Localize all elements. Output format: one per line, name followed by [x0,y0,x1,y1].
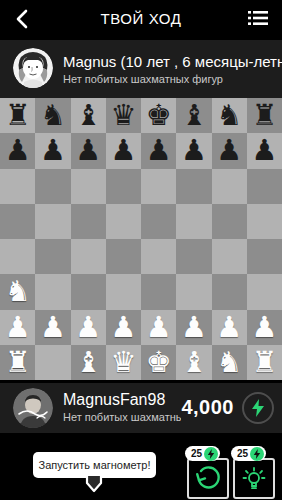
board-square-e3[interactable] [141,274,176,309]
board-square-c7[interactable]: ♟ [71,133,106,168]
board-square-f6[interactable] [176,169,211,204]
board-square-b1[interactable] [35,345,70,380]
lightbulb-hint-icon [240,465,268,493]
board-square-h6[interactable] [247,169,282,204]
board-square-b7[interactable]: ♟ [35,133,70,168]
undo-cost-badge: 25 [185,446,220,461]
magnometer-red-zone [13,481,85,492]
hint-button[interactable] [233,458,275,499]
board-square-d6[interactable] [106,169,141,204]
undo-move-button[interactable] [187,458,229,499]
board-square-d5[interactable] [106,204,141,239]
black-pawn[interactable]: ♟ [40,133,66,168]
board-square-e4[interactable] [141,239,176,274]
board-square-g8[interactable]: ♞ [212,98,247,133]
navbar: ТВОЙ ХОД [0,0,282,38]
app-screen: ТВОЙ ХОД Mag [0,0,282,500]
board-square-f1[interactable]: ♝ [176,345,211,380]
white-pawn[interactable]: ♟ [5,310,31,345]
opponent-captures: Нет побитых шахматных фигур [63,73,282,85]
board-square-h5[interactable] [247,204,282,239]
magnometer-green-zone [118,481,178,492]
bottom-controls: Запустить магнометр! 25 2 [0,433,282,500]
black-rook[interactable]: ♜ [251,98,277,133]
white-rook[interactable]: ♜ [251,345,277,380]
black-pawn[interactable]: ♟ [5,133,31,168]
board-square-e1[interactable]: ♚ [141,345,176,380]
black-knight[interactable]: ♞ [40,98,66,133]
board-square-f5[interactable] [176,204,211,239]
magnometer-bar [13,481,178,492]
board-square-a4[interactable] [0,239,35,274]
list-icon [248,10,268,26]
board-square-a6[interactable] [0,169,35,204]
board-square-c4[interactable] [71,239,106,274]
white-pawn[interactable]: ♟ [251,310,277,345]
score-value: 4,000 [181,396,234,419]
black-pawn[interactable]: ♟ [216,133,242,168]
black-pawn[interactable]: ♟ [146,133,172,168]
magnometer-orange-zone [85,481,118,492]
avatar [13,388,53,428]
black-rook[interactable]: ♜ [5,98,31,133]
user-photo-avatar-icon [13,388,53,428]
white-bishop[interactable]: ♝ [181,345,207,380]
white-king[interactable]: ♚ [146,345,172,380]
board-square-g2[interactable]: ♟ [212,310,247,345]
avatar [13,48,53,88]
white-pawn[interactable]: ♟ [75,310,101,345]
board-square-g3[interactable] [212,274,247,309]
board-square-b2[interactable]: ♟ [35,310,70,345]
board-square-a5[interactable] [0,204,35,239]
board-square-b8[interactable]: ♞ [35,98,70,133]
board-square-e7[interactable]: ♟ [141,133,176,168]
opponent-card: Magnus (10 лет , 6 месяцы-летнем Нет поб… [0,40,282,98]
undo-arrow-icon [195,466,221,492]
board-square-a7[interactable]: ♟ [0,133,35,168]
board-square-f2[interactable]: ♟ [176,310,211,345]
board-square-d2[interactable]: ♟ [106,310,141,345]
board-square-a3[interactable]: ♞ [0,274,35,309]
hint-cost-badge: 25 [231,446,266,461]
bolt-badge-icon [250,447,264,461]
white-knight[interactable]: ♞ [5,274,31,309]
white-pawn[interactable]: ♟ [40,310,66,345]
opponent-name: Magnus (10 лет , 6 месяцы-летнем [63,53,282,70]
black-pawn[interactable]: ♟ [181,133,207,168]
board-square-g4[interactable] [212,239,247,274]
board-square-h2[interactable]: ♟ [247,310,282,345]
board-square-g7[interactable]: ♟ [212,133,247,168]
board-square-f8[interactable]: ♝ [176,98,211,133]
board-square-f3[interactable] [176,274,211,309]
page-title: ТВОЙ ХОД [0,10,282,27]
board-square-h1[interactable]: ♜ [247,345,282,380]
board-square-f4[interactable] [176,239,211,274]
black-pawn[interactable]: ♟ [110,133,136,168]
black-queen[interactable]: ♛ [110,98,136,133]
black-king[interactable]: ♚ [146,98,172,133]
board-square-a1[interactable]: ♜ [0,345,35,380]
white-queen[interactable]: ♛ [110,345,136,380]
board-square-d8[interactable]: ♛ [106,98,141,133]
board-square-c3[interactable] [71,274,106,309]
board-square-d4[interactable] [106,239,141,274]
board-square-d7[interactable]: ♟ [106,133,141,168]
magnus-cartoon-avatar-icon [13,48,53,88]
undo-cost-value: 25 [191,448,202,459]
user-captures: Нет побитых шахматны… [63,411,181,423]
board-square-h8[interactable]: ♜ [247,98,282,133]
board-square-e5[interactable] [141,204,176,239]
board-square-e8[interactable]: ♚ [141,98,176,133]
board-square-f7[interactable]: ♟ [176,133,211,168]
board-square-g1[interactable]: ♞ [212,345,247,380]
menu-button[interactable] [248,10,268,26]
black-bishop[interactable]: ♝ [181,98,207,133]
board-square-g5[interactable] [212,204,247,239]
board-square-a2[interactable]: ♟ [0,310,35,345]
board-square-b3[interactable] [35,274,70,309]
user-card: MagnusFan98 Нет побитых шахматны… 4,000 [0,383,282,433]
black-pawn[interactable]: ♟ [251,133,277,168]
chess-board[interactable]: ♜♞♝♛♚♝♞♜♟♟♟♟♟♟♟♟♞♟♟♟♟♟♟♟♟♜♝♛♚♝♞♜ [0,98,282,380]
hint-cost-value: 25 [237,448,248,459]
lightning-bolt-icon [250,399,266,417]
board-square-h3[interactable] [247,274,282,309]
board-square-e6[interactable] [141,169,176,204]
board-square-b5[interactable] [35,204,70,239]
board-square-h4[interactable] [247,239,282,274]
energy-indicator [242,392,274,424]
user-name: MagnusFan98 [63,391,183,409]
black-knight[interactable]: ♞ [216,98,242,133]
white-knight[interactable]: ♞ [216,345,242,380]
board-square-h7[interactable]: ♟ [247,133,282,168]
board-square-c5[interactable] [71,204,106,239]
white-rook[interactable]: ♜ [5,345,31,380]
white-pawn[interactable]: ♟ [110,310,136,345]
board-square-b6[interactable] [35,169,70,204]
white-bishop[interactable]: ♝ [75,345,101,380]
board-square-d1[interactable]: ♛ [106,345,141,380]
white-pawn[interactable]: ♟ [216,310,242,345]
board-square-c1[interactable]: ♝ [71,345,106,380]
bolt-badge-icon [204,447,218,461]
white-pawn[interactable]: ♟ [146,310,172,345]
board-square-g6[interactable] [212,169,247,204]
board-square-a8[interactable]: ♜ [0,98,35,133]
board-square-e2[interactable]: ♟ [141,310,176,345]
board-square-c6[interactable] [71,169,106,204]
board-square-d3[interactable] [106,274,141,309]
white-pawn[interactable]: ♟ [181,310,207,345]
black-bishop[interactable]: ♝ [75,98,101,133]
black-pawn[interactable]: ♟ [75,133,101,168]
board-square-c2[interactable]: ♟ [71,310,106,345]
board-square-b4[interactable] [35,239,70,274]
board-square-c8[interactable]: ♝ [71,98,106,133]
